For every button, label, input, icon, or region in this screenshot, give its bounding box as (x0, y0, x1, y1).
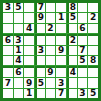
cell-r2c1[interactable] (3, 13, 13, 22)
cell-r7c7: 4 (67, 66, 77, 77)
cell-r4c9[interactable] (88, 34, 98, 45)
cell-r1c8[interactable] (78, 3, 88, 12)
cell-r2c5[interactable] (46, 13, 56, 22)
cell-r9c9: 5 (88, 89, 98, 98)
cell-r6c6[interactable] (56, 56, 66, 65)
cell-r4c2: 3 (14, 34, 24, 45)
cell-r8c2[interactable] (14, 78, 24, 87)
cell-r4c8[interactable] (78, 34, 88, 45)
cell-r4c4[interactable] (35, 34, 45, 45)
cell-r9c2[interactable] (14, 89, 24, 98)
cell-r9c5[interactable] (46, 89, 56, 98)
cell-r7c2: 6 (14, 66, 24, 77)
cell-r1c9[interactable] (88, 3, 98, 12)
cell-r3c5: 2 (46, 24, 56, 33)
cell-r9c7[interactable] (67, 89, 77, 98)
cell-r4c7: 2 (67, 34, 77, 45)
cell-r3c3: 4 (24, 24, 34, 33)
cell-r4c5[interactable] (46, 34, 56, 45)
cell-r1c3[interactable] (24, 3, 34, 12)
cell-r5c8: 7 (78, 46, 88, 55)
cell-r2c7: 5 (67, 13, 77, 22)
cell-r5c6: 9 (56, 46, 66, 55)
cell-r2c6: 1 (56, 13, 66, 22)
cell-r8c8[interactable] (78, 78, 88, 87)
cell-r8c1: 7 (3, 78, 13, 87)
cell-r3c1[interactable] (3, 24, 13, 33)
cell-r3c9[interactable] (88, 24, 98, 33)
cell-r4c3[interactable] (24, 34, 34, 45)
cell-r1c1: 3 (3, 3, 13, 12)
cell-r6c7[interactable] (67, 56, 77, 65)
cell-r9c6: 7 (56, 89, 66, 98)
cell-r8c5[interactable] (46, 78, 56, 87)
cell-r8c4: 5 (35, 78, 45, 87)
cell-r1c4: 7 (35, 3, 45, 12)
cell-r3c4[interactable] (35, 24, 45, 33)
cell-r8c7[interactable] (67, 78, 77, 87)
cell-r3c6[interactable] (56, 24, 66, 33)
cell-r2c3[interactable] (24, 13, 34, 22)
cell-r1c2: 5 (14, 3, 24, 12)
cell-r6c3[interactable] (24, 56, 34, 65)
cell-r8c9[interactable] (88, 78, 98, 87)
cell-r6c9: 8 (88, 56, 98, 65)
cell-r2c2[interactable] (14, 13, 24, 22)
cell-r5c5[interactable] (46, 46, 56, 55)
cell-r3c7[interactable] (67, 24, 77, 33)
cell-r6c1[interactable] (3, 56, 13, 65)
cell-r5c1[interactable] (3, 46, 13, 55)
cell-r7c8[interactable] (78, 66, 88, 77)
cell-r7c4[interactable] (35, 66, 45, 77)
cell-r8c6: 3 (56, 78, 66, 87)
cell-r8c3: 9 (24, 78, 34, 87)
cell-r5c4: 3 (35, 46, 45, 55)
cell-r7c6[interactable] (56, 66, 66, 77)
cell-r5c3[interactable] (24, 46, 34, 55)
cell-r6c8: 5 (78, 56, 88, 65)
cell-r6c5[interactable] (46, 56, 56, 65)
cell-r6c2: 4 (14, 56, 24, 65)
cell-r2c4: 9 (35, 13, 45, 22)
cell-r5c7[interactable] (67, 46, 77, 55)
cell-r7c1[interactable] (3, 66, 13, 77)
cell-r3c2[interactable] (14, 24, 24, 33)
cell-r7c3[interactable] (24, 66, 34, 77)
cell-r9c1[interactable] (3, 89, 13, 98)
cell-r9c4[interactable] (35, 89, 45, 98)
cell-r9c8: 3 (78, 89, 88, 98)
cell-r6c4[interactable] (35, 56, 45, 65)
cell-r3c8: 6 (78, 24, 88, 33)
cell-r5c2: 1 (14, 46, 24, 55)
cell-r1c7: 8 (67, 3, 77, 12)
cell-r2c8[interactable] (78, 13, 88, 22)
cell-r9c3: 1 (24, 89, 34, 98)
cell-r2c9: 2 (88, 13, 98, 22)
sudoku-board: 35789152426632139745869479531735 (0, 0, 101, 101)
cell-r4c1: 6 (3, 34, 13, 45)
cell-r7c5: 9 (46, 66, 56, 77)
cell-r4c6[interactable] (56, 34, 66, 45)
cell-r1c5[interactable] (46, 3, 56, 12)
cell-r1c6[interactable] (56, 3, 66, 12)
cell-r7c9[interactable] (88, 66, 98, 77)
cell-r5c9[interactable] (88, 46, 98, 55)
